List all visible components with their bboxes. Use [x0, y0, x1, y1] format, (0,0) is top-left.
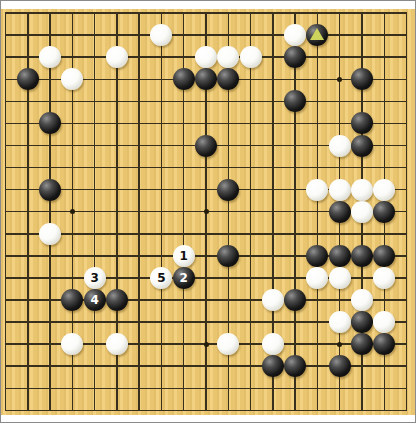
white-stone[interactable]: [351, 201, 373, 223]
star-point: [337, 77, 342, 82]
white-stone[interactable]: [351, 289, 373, 311]
black-stone[interactable]: [106, 289, 128, 311]
move-4-stone[interactable]: 4: [84, 289, 106, 311]
star-point: [204, 209, 209, 214]
black-stone[interactable]: [173, 68, 195, 90]
move-2-stone[interactable]: 2: [173, 267, 195, 289]
black-stone[interactable]: [351, 245, 373, 267]
grid-line-vertical: [250, 12, 252, 411]
move-1-stone[interactable]: 1: [173, 245, 195, 267]
black-stone[interactable]: [284, 289, 306, 311]
star-point: [337, 342, 342, 347]
white-stone[interactable]: [329, 311, 351, 333]
white-stone[interactable]: [106, 333, 128, 355]
grid-line-horizontal: [5, 388, 408, 390]
black-stone[interactable]: [195, 135, 217, 157]
black-stone[interactable]: [329, 245, 351, 267]
black-stone[interactable]: [351, 135, 373, 157]
white-stone[interactable]: [262, 333, 284, 355]
white-stone[interactable]: [306, 179, 328, 201]
black-stone[interactable]: [217, 179, 239, 201]
white-stone[interactable]: [106, 46, 128, 68]
black-stone[interactable]: [351, 333, 373, 355]
white-stone[interactable]: [262, 289, 284, 311]
black-stone[interactable]: [17, 68, 39, 90]
white-stone[interactable]: [329, 135, 351, 157]
black-stone[interactable]: [262, 355, 284, 377]
white-stone[interactable]: [373, 179, 395, 201]
go-diagram-screenshot: 13524: [0, 0, 416, 423]
black-stone[interactable]: [217, 245, 239, 267]
black-stone[interactable]: [39, 179, 61, 201]
black-stone[interactable]: [351, 311, 373, 333]
black-stone[interactable]: [329, 201, 351, 223]
grid-line-vertical: [294, 12, 296, 411]
white-stone[interactable]: [329, 179, 351, 201]
move-3-stone[interactable]: 3: [84, 267, 106, 289]
white-stone[interactable]: [39, 223, 61, 245]
black-stone[interactable]: [373, 201, 395, 223]
black-stone[interactable]: [373, 245, 395, 267]
triangle-marker-icon: [310, 28, 324, 40]
grid-line-horizontal: [5, 410, 408, 412]
white-stone[interactable]: [351, 179, 373, 201]
black-stone[interactable]: [329, 355, 351, 377]
grid-line-vertical: [317, 12, 319, 411]
white-stone[interactable]: [329, 267, 351, 289]
white-stone[interactable]: [240, 46, 262, 68]
star-point: [204, 342, 209, 347]
grid-line-vertical: [406, 12, 408, 411]
grid-line-horizontal: [5, 233, 408, 235]
